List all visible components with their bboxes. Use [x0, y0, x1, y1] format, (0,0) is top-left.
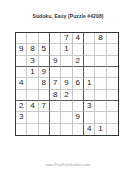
cell-r8c6: 9 — [73, 112, 84, 123]
cell-r3c9 — [107, 56, 118, 67]
cell-r3c5 — [61, 56, 72, 67]
cell-r3c8 — [95, 56, 106, 67]
cell-r2c8 — [95, 44, 106, 55]
cell-r3c3 — [39, 56, 50, 67]
cell-r6c2 — [27, 90, 38, 101]
cell-r5c9 — [107, 78, 118, 89]
cell-r5c8 — [95, 78, 106, 89]
cell-r8c1: 3 — [16, 112, 27, 123]
cell-r7c4 — [50, 101, 61, 112]
cell-r7c3: 7 — [39, 101, 50, 112]
cell-r4c6 — [73, 67, 84, 78]
cell-r4c3: 9 — [39, 67, 50, 78]
cell-r4c2: 1 — [27, 67, 38, 78]
cell-r1c1 — [16, 33, 27, 44]
cell-r5c7: 1 — [84, 78, 95, 89]
cell-r7c8 — [95, 101, 106, 112]
cell-r6c5: 2 — [61, 90, 72, 101]
cell-r9c9 — [107, 124, 118, 135]
source-url: www.PrintFreeSudoku.com — [0, 163, 136, 167]
cell-r7c1: 2 — [16, 101, 27, 112]
cell-r6c8 — [95, 90, 106, 101]
cell-r4c5 — [61, 67, 72, 78]
cell-r5c1: 4 — [16, 78, 27, 89]
cell-r9c8: 1 — [95, 124, 106, 135]
sudoku-board: 7489851392194879618224733941 — [15, 32, 119, 136]
cell-r4c8 — [95, 67, 106, 78]
cell-r2c5: 1 — [61, 44, 72, 55]
cell-r2c2: 8 — [27, 44, 38, 55]
cell-r7c5 — [61, 101, 72, 112]
cell-r9c7: 4 — [84, 124, 95, 135]
cell-r3c2: 3 — [27, 56, 38, 67]
puzzle-title: Sudoku, Easy (Puzzle #4208) — [0, 13, 136, 19]
cell-r2c1: 9 — [16, 44, 27, 55]
cell-r6c4: 8 — [50, 90, 61, 101]
cell-r3c6: 2 — [73, 56, 84, 67]
cell-r1c2 — [27, 33, 38, 44]
cell-r6c7 — [84, 90, 95, 101]
cell-r5c5: 9 — [61, 78, 72, 89]
sudoku-sheet: Sudoku, Easy (Puzzle #4208) 748985139219… — [0, 0, 136, 176]
cell-r2c3: 5 — [39, 44, 50, 55]
cell-r9c1 — [16, 124, 27, 135]
cell-r7c6 — [73, 101, 84, 112]
cell-r2c9 — [107, 44, 118, 55]
cell-r3c4: 9 — [50, 56, 61, 67]
cell-r8c7 — [84, 112, 95, 123]
cell-r9c2 — [27, 124, 38, 135]
cell-r7c2: 4 — [27, 101, 38, 112]
cell-r1c4 — [50, 33, 61, 44]
cell-r7c7: 3 — [84, 101, 95, 112]
cell-r5c3: 8 — [39, 78, 50, 89]
cell-r6c1 — [16, 90, 27, 101]
cell-r2c4 — [50, 44, 61, 55]
cell-r8c4 — [50, 112, 61, 123]
cell-r7c9 — [107, 101, 118, 112]
cell-r3c1 — [16, 56, 27, 67]
cell-r4c9 — [107, 67, 118, 78]
cell-r1c8: 8 — [95, 33, 106, 44]
cell-r5c6: 6 — [73, 78, 84, 89]
cell-r6c9 — [107, 90, 118, 101]
cell-r4c7 — [84, 67, 95, 78]
cell-r1c7 — [84, 33, 95, 44]
cell-r2c6 — [73, 44, 84, 55]
cell-r6c3 — [39, 90, 50, 101]
cell-r8c3 — [39, 112, 50, 123]
cell-r4c4 — [50, 67, 61, 78]
cell-r9c4 — [50, 124, 61, 135]
cell-r8c2 — [27, 112, 38, 123]
cell-r2c7 — [84, 44, 95, 55]
cell-r3c7 — [84, 56, 95, 67]
cell-r8c8 — [95, 112, 106, 123]
cell-r1c9 — [107, 33, 118, 44]
cell-r8c9 — [107, 112, 118, 123]
cell-r4c1 — [16, 67, 27, 78]
cell-r9c6 — [73, 124, 84, 135]
cell-r1c3 — [39, 33, 50, 44]
cell-r8c5 — [61, 112, 72, 123]
cell-r1c5: 7 — [61, 33, 72, 44]
cell-r5c2 — [27, 78, 38, 89]
cell-r1c6: 4 — [73, 33, 84, 44]
cell-r6c6 — [73, 90, 84, 101]
cell-r9c3 — [39, 124, 50, 135]
cell-r5c4: 7 — [50, 78, 61, 89]
cell-r9c5 — [61, 124, 72, 135]
